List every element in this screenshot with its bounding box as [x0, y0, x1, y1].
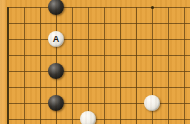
board-left-margin: [0, 0, 6, 124]
grid-line-vertical: [168, 7, 169, 124]
white-stone[interactable]: [80, 111, 96, 124]
grid-line-horizontal: [8, 119, 190, 120]
grid-line-horizontal: [8, 39, 190, 40]
grid-line-horizontal: [8, 103, 190, 104]
grid-line-vertical: [72, 7, 73, 124]
grid-line-vertical: [40, 7, 41, 124]
grid-line-horizontal: [8, 23, 190, 24]
go-diagram: A: [0, 0, 190, 124]
grid-line-vertical: [88, 7, 89, 124]
grid-line-horizontal: [8, 87, 190, 88]
grid-line-vertical: [104, 7, 105, 124]
star-point: [151, 6, 154, 9]
go-board[interactable]: A: [0, 0, 190, 124]
black-stone[interactable]: [48, 95, 64, 111]
white-stone-a[interactable]: A: [48, 31, 64, 47]
grid-line-vertical: [24, 7, 25, 124]
board-edge-line: [7, 7, 9, 124]
grid-line-vertical: [184, 7, 185, 124]
black-stone[interactable]: [48, 63, 64, 79]
black-stone[interactable]: [48, 0, 64, 15]
grid-line-horizontal: [8, 7, 190, 8]
grid-line-vertical: [120, 7, 121, 124]
grid-line-vertical: [136, 7, 137, 124]
stone-label-a: A: [53, 34, 60, 43]
grid-line-horizontal: [8, 71, 190, 72]
white-stone[interactable]: [144, 95, 160, 111]
grid-line-horizontal: [8, 55, 190, 56]
